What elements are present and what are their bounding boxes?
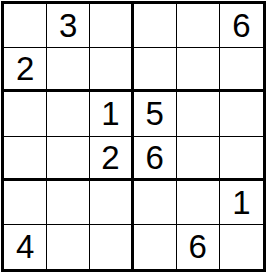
cell-r5c6: 1 (220, 181, 263, 225)
cell-r3c4: 5 (134, 92, 177, 136)
cell-r2c6[interactable] (220, 48, 263, 92)
cell-r6c6[interactable] (220, 225, 263, 269)
sudoku-puzzle: 3621526146 (0, 0, 267, 273)
sudoku-board: 3621526146 (1, 1, 266, 272)
cell-r5c4[interactable] (134, 181, 177, 225)
cell-r6c1: 4 (4, 225, 47, 269)
cell-r2c3[interactable] (90, 48, 133, 92)
given-digit: 1 (101, 97, 119, 130)
cell-r1c4[interactable] (134, 4, 177, 48)
cell-r4c1[interactable] (4, 137, 47, 181)
cell-r6c4[interactable] (134, 225, 177, 269)
cell-r5c3[interactable] (90, 181, 133, 225)
given-digit: 5 (145, 97, 163, 130)
cell-r6c2[interactable] (47, 225, 90, 269)
cell-r6c5: 6 (177, 225, 220, 269)
given-digit: 2 (101, 141, 119, 174)
cell-r3c6[interactable] (220, 92, 263, 136)
given-digit: 1 (232, 186, 250, 219)
cell-r1c2: 3 (47, 4, 90, 48)
given-digit: 2 (16, 52, 34, 85)
cell-r2c2[interactable] (47, 48, 90, 92)
cell-r4c2[interactable] (47, 137, 90, 181)
cell-r4c5[interactable] (177, 137, 220, 181)
cell-r2c5[interactable] (177, 48, 220, 92)
cell-r4c4: 6 (134, 137, 177, 181)
given-digit: 4 (16, 230, 34, 263)
cell-r6c3[interactable] (90, 225, 133, 269)
given-digit: 6 (189, 230, 207, 263)
given-digit: 6 (145, 141, 163, 174)
cell-r1c5[interactable] (177, 4, 220, 48)
given-digit: 6 (232, 9, 250, 42)
cell-r3c2[interactable] (47, 92, 90, 136)
given-digit: 3 (59, 9, 77, 42)
cell-r3c5[interactable] (177, 92, 220, 136)
cell-r5c1[interactable] (4, 181, 47, 225)
cell-r3c1[interactable] (4, 92, 47, 136)
cell-r5c2[interactable] (47, 181, 90, 225)
cell-r1c6: 6 (220, 4, 263, 48)
cell-r2c1: 2 (4, 48, 47, 92)
cell-r3c3: 1 (90, 92, 133, 136)
cell-r1c3[interactable] (90, 4, 133, 48)
cell-r2c4[interactable] (134, 48, 177, 92)
cell-r4c3: 2 (90, 137, 133, 181)
cell-r1c1[interactable] (4, 4, 47, 48)
cell-r4c6[interactable] (220, 137, 263, 181)
cell-r5c5[interactable] (177, 181, 220, 225)
